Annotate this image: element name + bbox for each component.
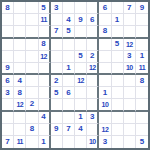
cell-r7c2-empty[interactable]: [26, 87, 38, 99]
cell-r9c8-empty[interactable]: [99, 112, 111, 124]
cell-r6c2-empty[interactable]: [26, 75, 38, 87]
cell-r2c11-empty[interactable]: [136, 26, 148, 38]
cell-r0c8-given-6[interactable]: 6: [99, 2, 111, 14]
cell-r2c4-given-7[interactable]: 7: [51, 26, 63, 38]
cell-r1c9-given-1[interactable]: 1: [112, 14, 124, 26]
cell-r8c10-empty[interactable]: [124, 99, 136, 111]
cell-r10c6-given-4[interactable]: 4: [75, 124, 87, 136]
cell-r1c5-given-4[interactable]: 4: [63, 14, 75, 26]
cell-r8c0-empty[interactable]: [2, 99, 14, 111]
cell-r7c6-empty[interactable]: [75, 87, 87, 99]
cell-r5c6-empty[interactable]: [75, 63, 87, 75]
cell-r3c7-empty[interactable]: [87, 39, 99, 51]
cell-r7c5-given-6[interactable]: 6: [63, 87, 75, 99]
cell-r5c8-empty[interactable]: [99, 63, 111, 75]
cell-r11c2-empty[interactable]: [26, 136, 38, 148]
cell-r3c3-given-8[interactable]: 8: [39, 39, 51, 51]
cell-r9c7-given-3[interactable]: 3: [87, 112, 99, 124]
cell-r5c9-empty[interactable]: [112, 63, 124, 75]
cell-r3c9-given-5[interactable]: 5: [112, 39, 124, 51]
cell-r0c7-empty[interactable]: [87, 2, 99, 14]
cell-r10c11-empty[interactable]: [136, 124, 148, 136]
cell-r9c10-empty[interactable]: [124, 112, 136, 124]
cell-r10c7-empty[interactable]: [87, 124, 99, 136]
cell-r8c8-given-10[interactable]: 10: [99, 99, 111, 111]
cell-r4c4-empty[interactable]: [51, 51, 63, 63]
cell-r7c11-empty[interactable]: [136, 87, 148, 99]
cell-r8c6-empty[interactable]: [75, 99, 87, 111]
cell-r2c3-empty[interactable]: [39, 26, 51, 38]
cell-r2c7-empty[interactable]: [87, 26, 99, 38]
cell-r2c1-empty[interactable]: [14, 26, 26, 38]
cell-r0c6-empty[interactable]: [75, 2, 87, 14]
sudoku-board: 8536791149617588512125231911210116421283…: [0, 0, 150, 150]
cell-r7c4-given-5[interactable]: 5: [51, 87, 63, 99]
cell-r7c7-empty[interactable]: [87, 87, 99, 99]
cell-r4c2-empty[interactable]: [26, 51, 38, 63]
cell-r6c4-given-2[interactable]: 2: [51, 75, 63, 87]
cell-r5c1-empty[interactable]: [14, 63, 26, 75]
cell-r10c3-empty[interactable]: [39, 124, 51, 136]
cell-r6c3-empty[interactable]: [39, 75, 51, 87]
cell-r7c3-empty[interactable]: [39, 87, 51, 99]
cell-r4c8-empty[interactable]: [99, 51, 111, 63]
cell-r5c10-given-10[interactable]: 10: [124, 63, 136, 75]
cell-r6c8-empty[interactable]: [99, 75, 111, 87]
cell-r1c4-empty[interactable]: [51, 14, 63, 26]
cell-r5c3-empty[interactable]: [39, 63, 51, 75]
cell-r8c4-empty[interactable]: [51, 99, 63, 111]
cell-r2c10-empty[interactable]: [124, 26, 136, 38]
cell-r11c3-given-1[interactable]: 1: [39, 136, 51, 148]
cell-r3c4-empty[interactable]: [51, 39, 63, 51]
cell-r4c5-empty[interactable]: [63, 51, 75, 63]
cell-r7c9-empty[interactable]: [112, 87, 124, 99]
cell-r9c6-given-1[interactable]: 1: [75, 112, 87, 124]
cell-r0c0-given-8[interactable]: 8: [2, 2, 14, 14]
cell-r3c0-empty[interactable]: [2, 39, 14, 51]
cell-r9c3-given-4[interactable]: 4: [39, 112, 51, 124]
cell-r10c2-given-8[interactable]: 8: [26, 124, 38, 136]
cell-r1c1-empty[interactable]: [14, 14, 26, 26]
cell-r8c9-empty[interactable]: [112, 99, 124, 111]
cell-r11c7-given-10[interactable]: 10: [87, 136, 99, 148]
cell-r3c2-empty[interactable]: [26, 39, 38, 51]
cell-r6c5-empty[interactable]: [63, 75, 75, 87]
cell-r11c6-empty[interactable]: [75, 136, 87, 148]
cell-r4c7-given-2[interactable]: 2: [87, 51, 99, 63]
cell-r1c10-empty[interactable]: [124, 14, 136, 26]
cell-r6c1-given-4[interactable]: 4: [14, 75, 26, 87]
cell-r3c6-empty[interactable]: [75, 39, 87, 51]
cell-r9c4-empty[interactable]: [51, 112, 63, 124]
cell-r11c5-empty[interactable]: [63, 136, 75, 148]
cell-r1c11-empty[interactable]: [136, 14, 148, 26]
cell-r8c7-empty[interactable]: [87, 99, 99, 111]
cell-r9c0-empty[interactable]: [2, 112, 14, 124]
cell-r0c4-given-3[interactable]: 3: [51, 2, 63, 14]
cell-r8c2-given-2[interactable]: 2: [26, 99, 38, 111]
cell-r3c5-empty[interactable]: [63, 39, 75, 51]
cell-r0c9-empty[interactable]: [112, 2, 124, 14]
cell-r5c5-given-1[interactable]: 1: [63, 63, 75, 75]
cell-r5c4-empty[interactable]: [51, 63, 63, 75]
cell-r10c10-empty[interactable]: [124, 124, 136, 136]
cell-r1c7-given-6[interactable]: 6: [87, 14, 99, 26]
cell-r0c5-empty[interactable]: [63, 2, 75, 14]
cell-r2c2-empty[interactable]: [26, 26, 38, 38]
cell-r5c0-given-9[interactable]: 9: [2, 63, 14, 75]
cell-r10c8-given-12[interactable]: 12: [99, 124, 111, 136]
cell-r10c1-empty[interactable]: [14, 124, 26, 136]
cell-r8c11-empty[interactable]: [136, 99, 148, 111]
cell-r9c9-empty[interactable]: [112, 112, 124, 124]
cell-r4c3-given-12[interactable]: 12: [39, 51, 51, 63]
cell-r11c1-given-11[interactable]: 11: [14, 136, 26, 148]
cell-r4c9-empty[interactable]: [112, 51, 124, 63]
cell-r7c10-empty[interactable]: [124, 87, 136, 99]
cell-r6c0-given-6[interactable]: 6: [2, 75, 14, 87]
cell-r10c0-empty[interactable]: [2, 124, 14, 136]
cell-r7c8-given-1[interactable]: 1: [99, 87, 111, 99]
cell-r0c10-given-7[interactable]: 7: [124, 2, 136, 14]
cell-r4c6-given-5[interactable]: 5: [75, 51, 87, 63]
cell-r4c10-given-3[interactable]: 3: [124, 51, 136, 63]
cell-r3c8-empty[interactable]: [99, 39, 111, 51]
cell-r1c8-empty[interactable]: [99, 14, 111, 26]
cell-r0c1-empty[interactable]: [14, 2, 26, 14]
cell-r0c11-given-9[interactable]: 9: [136, 2, 148, 14]
cell-r2c8-given-8[interactable]: 8: [99, 26, 111, 38]
cell-r11c0-given-7[interactable]: 7: [2, 136, 14, 148]
cell-r2c0-empty[interactable]: [2, 26, 14, 38]
cell-r11c4-empty[interactable]: [51, 136, 63, 148]
cell-r4c1-empty[interactable]: [14, 51, 26, 63]
cell-r3c10-given-12[interactable]: 12: [124, 39, 136, 51]
cell-r1c0-empty[interactable]: [2, 14, 14, 26]
cell-r9c2-empty[interactable]: [26, 112, 38, 124]
cell-r6c10-empty[interactable]: [124, 75, 136, 87]
cell-r7c0-given-3[interactable]: 3: [2, 87, 14, 99]
cell-r5c7-given-12[interactable]: 12: [87, 63, 99, 75]
cell-r4c11-given-1[interactable]: 1: [136, 51, 148, 63]
cell-r10c5-given-7[interactable]: 7: [63, 124, 75, 136]
cell-r4c0-empty[interactable]: [2, 51, 14, 63]
cell-r1c3-given-11[interactable]: 11: [39, 14, 51, 26]
cell-r6c6-given-12[interactable]: 12: [75, 75, 87, 87]
cell-r0c2-empty[interactable]: [26, 2, 38, 14]
cell-r6c11-given-8[interactable]: 8: [136, 75, 148, 87]
cell-r5c2-empty[interactable]: [26, 63, 38, 75]
cell-r11c10-empty[interactable]: [124, 136, 136, 148]
cell-r11c9-empty[interactable]: [112, 136, 124, 148]
cell-r9c11-empty[interactable]: [136, 112, 148, 124]
cell-r8c1-given-12[interactable]: 12: [14, 99, 26, 111]
cell-r8c3-empty[interactable]: [39, 99, 51, 111]
cell-r2c9-empty[interactable]: [112, 26, 124, 38]
cell-r1c2-empty[interactable]: [26, 14, 38, 26]
cell-r3c11-empty[interactable]: [136, 39, 148, 51]
cell-r11c11-given-5[interactable]: 5: [136, 136, 148, 148]
cell-r3c1-empty[interactable]: [14, 39, 26, 51]
cell-r8c5-empty[interactable]: [63, 99, 75, 111]
cell-r9c1-empty[interactable]: [14, 112, 26, 124]
cell-r6c9-empty[interactable]: [112, 75, 124, 87]
cell-r5c11-given-11[interactable]: 11: [136, 63, 148, 75]
cell-r10c9-empty[interactable]: [112, 124, 124, 136]
cell-r1c6-given-9[interactable]: 9: [75, 14, 87, 26]
cell-r11c8-given-3[interactable]: 3: [99, 136, 111, 148]
cell-r9c5-empty[interactable]: [63, 112, 75, 124]
cell-r10c4-given-9[interactable]: 9: [51, 124, 63, 136]
cell-r0c3-given-5[interactable]: 5: [39, 2, 51, 14]
cell-r2c5-given-5[interactable]: 5: [63, 26, 75, 38]
cell-r6c7-empty[interactable]: [87, 75, 99, 87]
cell-r7c1-given-8[interactable]: 8: [14, 87, 26, 99]
cell-r2c6-empty[interactable]: [75, 26, 87, 38]
